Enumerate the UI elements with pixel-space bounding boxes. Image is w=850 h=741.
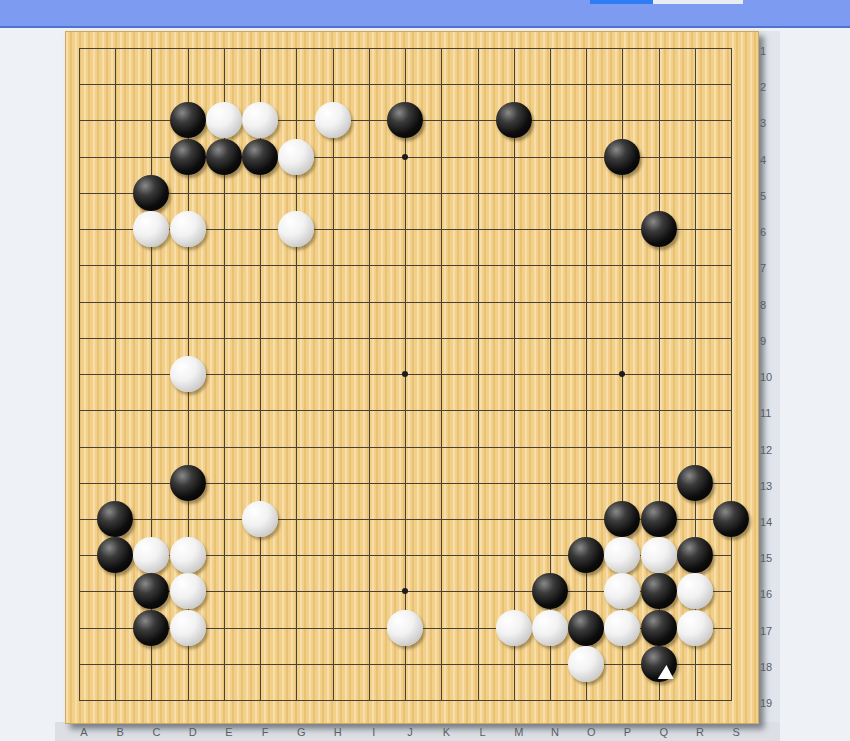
column-label-H: H (329, 726, 347, 738)
row-label-2: 2 (760, 81, 776, 93)
column-label-Q: Q (655, 726, 673, 738)
stone-black (242, 139, 278, 175)
stone-white (532, 610, 568, 646)
row-label-3: 3 (760, 117, 776, 129)
go-board[interactable] (65, 31, 759, 724)
column-label-J: J (401, 726, 419, 738)
stone-white (170, 537, 206, 573)
column-label-O: O (582, 726, 600, 738)
row-label-12: 12 (760, 444, 776, 456)
stone-white (568, 646, 604, 682)
row-label-15: 15 (760, 552, 776, 564)
row-label-7: 7 (760, 262, 776, 274)
stone-black (677, 465, 713, 501)
column-label-K: K (437, 726, 455, 738)
stone-black (604, 139, 640, 175)
browser-top-bar (0, 0, 850, 28)
stone-black (133, 610, 169, 646)
stone-white (387, 610, 423, 646)
row-label-4: 4 (760, 154, 776, 166)
column-label-R: R (691, 726, 709, 738)
row-label-13: 13 (760, 480, 776, 492)
stone-black (641, 573, 677, 609)
column-label-E: E (220, 726, 238, 738)
column-label-G: G (292, 726, 310, 738)
inactive-tab-remnant[interactable] (653, 0, 743, 4)
stone-black (677, 537, 713, 573)
stone-white (641, 537, 677, 573)
row-label-14: 14 (760, 516, 776, 528)
row-label-11: 11 (760, 407, 776, 419)
column-label-D: D (184, 726, 202, 738)
stone-black (170, 139, 206, 175)
row-label-8: 8 (760, 299, 776, 311)
stone-white (170, 573, 206, 609)
column-label-P: P (618, 726, 636, 738)
stone-black (170, 102, 206, 138)
stone-white (604, 610, 640, 646)
last-move-triangle-marker (658, 665, 674, 679)
stone-black (496, 102, 532, 138)
stone-white (170, 610, 206, 646)
column-label-I: I (365, 726, 383, 738)
stone-black (641, 211, 677, 247)
column-label-L: L (474, 726, 492, 738)
column-label-C: C (147, 726, 165, 738)
stone-white (315, 102, 351, 138)
stone-black (568, 610, 604, 646)
stone-black (170, 465, 206, 501)
stone-black (206, 139, 242, 175)
column-label-F: F (256, 726, 274, 738)
column-label-S: S (727, 726, 745, 738)
row-label-1: 1 (760, 45, 776, 57)
star-point (402, 154, 408, 160)
stone-white (170, 211, 206, 247)
row-label-18: 18 (760, 661, 776, 673)
stone-black (713, 501, 749, 537)
stone-black (97, 501, 133, 537)
stone-white (278, 139, 314, 175)
column-label-N: N (546, 726, 564, 738)
stone-white (242, 501, 278, 537)
row-label-16: 16 (760, 588, 776, 600)
row-label-17: 17 (760, 625, 776, 637)
stone-black (641, 610, 677, 646)
stone-white (496, 610, 532, 646)
stone-black (641, 501, 677, 537)
row-label-6: 6 (760, 226, 776, 238)
row-label-10: 10 (760, 371, 776, 383)
stone-white (170, 356, 206, 392)
row-label-5: 5 (760, 190, 776, 202)
row-label-19: 19 (760, 697, 776, 709)
column-label-A: A (75, 726, 93, 738)
row-label-9: 9 (760, 335, 776, 347)
column-label-M: M (510, 726, 528, 738)
stone-black (641, 646, 677, 682)
stone-white (677, 610, 713, 646)
active-tab-remnant[interactable] (590, 0, 653, 4)
column-label-B: B (111, 726, 129, 738)
